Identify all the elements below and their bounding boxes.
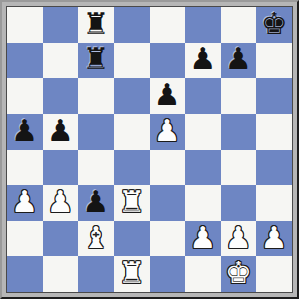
piece-white-pawn: ♟ <box>225 221 252 255</box>
board-frame: ♜♚♜♟♟♟♟♟♟♟♟♟♜♝♟♟♟♜♚ <box>0 0 299 299</box>
chess-board: ♜♚♜♟♟♟♟♟♟♟♟♟♜♝♟♟♟♜♚ <box>7 7 292 292</box>
square-h1[interactable] <box>256 256 292 292</box>
square-f4[interactable] <box>185 150 221 186</box>
square-f6[interactable] <box>185 78 221 114</box>
square-e3[interactable] <box>150 185 186 221</box>
piece-white-rook: ♜ <box>118 256 145 290</box>
square-c7[interactable]: ♜ <box>78 43 114 79</box>
square-a7[interactable] <box>7 43 43 79</box>
square-c2[interactable]: ♝ <box>78 221 114 257</box>
piece-black-pawn: ♟ <box>225 43 252 77</box>
square-d7[interactable] <box>114 43 150 79</box>
piece-black-pawn: ♟ <box>11 114 38 148</box>
piece-black-pawn: ♟ <box>83 185 110 219</box>
square-e7[interactable] <box>150 43 186 79</box>
piece-black-pawn: ♟ <box>154 78 181 112</box>
square-d3[interactable]: ♜ <box>114 185 150 221</box>
square-b5[interactable]: ♟ <box>43 114 79 150</box>
square-e4[interactable] <box>150 150 186 186</box>
square-d5[interactable] <box>114 114 150 150</box>
square-a8[interactable] <box>7 7 43 43</box>
square-a4[interactable] <box>7 150 43 186</box>
piece-white-pawn: ♟ <box>189 221 216 255</box>
piece-white-pawn: ♟ <box>154 114 181 148</box>
piece-black-pawn: ♟ <box>189 43 216 77</box>
square-a2[interactable] <box>7 221 43 257</box>
square-e2[interactable] <box>150 221 186 257</box>
square-g3[interactable] <box>221 185 257 221</box>
square-c6[interactable] <box>78 78 114 114</box>
square-c8[interactable]: ♜ <box>78 7 114 43</box>
square-g4[interactable] <box>221 150 257 186</box>
square-c1[interactable] <box>78 256 114 292</box>
square-g8[interactable] <box>221 7 257 43</box>
square-a6[interactable] <box>7 78 43 114</box>
square-g2[interactable]: ♟ <box>221 221 257 257</box>
piece-black-rook: ♜ <box>83 43 110 77</box>
square-h2[interactable]: ♟ <box>256 221 292 257</box>
square-b2[interactable] <box>43 221 79 257</box>
square-d2[interactable] <box>114 221 150 257</box>
square-b1[interactable] <box>43 256 79 292</box>
piece-white-pawn: ♟ <box>47 185 74 219</box>
square-a1[interactable] <box>7 256 43 292</box>
square-e1[interactable] <box>150 256 186 292</box>
square-b3[interactable]: ♟ <box>43 185 79 221</box>
piece-white-pawn: ♟ <box>261 221 288 255</box>
piece-black-pawn: ♟ <box>47 114 74 148</box>
square-a5[interactable]: ♟ <box>7 114 43 150</box>
square-f2[interactable]: ♟ <box>185 221 221 257</box>
square-g1[interactable]: ♚ <box>221 256 257 292</box>
piece-white-rook: ♜ <box>118 185 145 219</box>
square-g7[interactable]: ♟ <box>221 43 257 79</box>
square-b7[interactable] <box>43 43 79 79</box>
square-d1[interactable]: ♜ <box>114 256 150 292</box>
square-d8[interactable] <box>114 7 150 43</box>
square-h4[interactable] <box>256 150 292 186</box>
square-c4[interactable] <box>78 150 114 186</box>
square-f7[interactable]: ♟ <box>185 43 221 79</box>
square-c5[interactable] <box>78 114 114 150</box>
square-g6[interactable] <box>221 78 257 114</box>
square-a3[interactable]: ♟ <box>7 185 43 221</box>
square-c3[interactable]: ♟ <box>78 185 114 221</box>
piece-white-pawn: ♟ <box>11 185 38 219</box>
square-e5[interactable]: ♟ <box>150 114 186 150</box>
square-e6[interactable]: ♟ <box>150 78 186 114</box>
square-f1[interactable] <box>185 256 221 292</box>
piece-black-rook: ♜ <box>83 7 110 41</box>
square-h5[interactable] <box>256 114 292 150</box>
square-g5[interactable] <box>221 114 257 150</box>
square-f3[interactable] <box>185 185 221 221</box>
square-h7[interactable] <box>256 43 292 79</box>
square-d4[interactable] <box>114 150 150 186</box>
piece-white-bishop: ♝ <box>83 221 110 255</box>
piece-white-king: ♚ <box>225 256 252 290</box>
piece-black-king: ♚ <box>261 7 288 41</box>
square-f5[interactable] <box>185 114 221 150</box>
square-b4[interactable] <box>43 150 79 186</box>
square-h3[interactable] <box>256 185 292 221</box>
square-h8[interactable]: ♚ <box>256 7 292 43</box>
square-d6[interactable] <box>114 78 150 114</box>
square-e8[interactable] <box>150 7 186 43</box>
square-b6[interactable] <box>43 78 79 114</box>
square-f8[interactable] <box>185 7 221 43</box>
square-b8[interactable] <box>43 7 79 43</box>
square-h6[interactable] <box>256 78 292 114</box>
